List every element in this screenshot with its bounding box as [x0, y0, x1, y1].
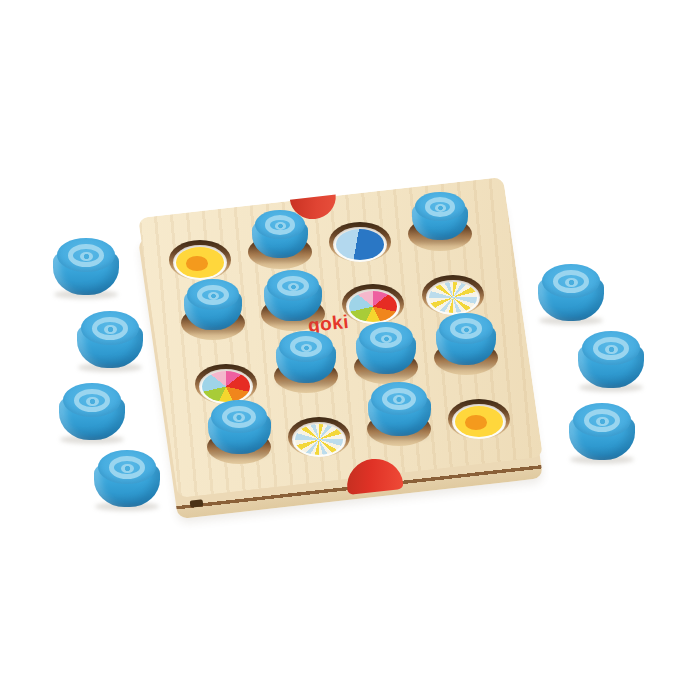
- loose-peg-right[interactable]: [578, 331, 644, 388]
- peg-center-dot: [104, 325, 117, 334]
- peg-center-dot: [461, 326, 473, 334]
- memory-tile-color-wheel[interactable]: [199, 369, 253, 404]
- tile-design-half-circle: [336, 229, 385, 260]
- loose-peg-left[interactable]: [59, 383, 125, 440]
- memory-tile-color-wheel[interactable]: [346, 289, 400, 324]
- peg-center-dot: [435, 204, 446, 212]
- memory-tile-half-circle[interactable]: [333, 227, 387, 262]
- loose-peg-left[interactable]: [53, 238, 119, 295]
- board-peg[interactable]: [436, 313, 497, 366]
- peg-center-dot: [288, 283, 299, 291]
- board-peg[interactable]: [276, 331, 337, 384]
- peg-center-dot: [275, 222, 286, 230]
- tile-center-dot: [465, 415, 487, 429]
- loose-peg-right[interactable]: [569, 403, 635, 460]
- loose-peg-left[interactable]: [77, 311, 143, 368]
- tile-design-pinwheel: [295, 424, 344, 455]
- board-peg[interactable]: [184, 279, 242, 329]
- tile-design-color-wheel: [202, 371, 251, 402]
- peg-center-dot: [86, 397, 99, 406]
- memory-tile-pinwheel[interactable]: [426, 280, 480, 315]
- tile-center-dot: [186, 256, 208, 270]
- peg-center-dot: [121, 464, 134, 473]
- peg-center-dot: [208, 292, 219, 300]
- board-peg[interactable]: [412, 192, 468, 240]
- board-peg[interactable]: [208, 400, 271, 455]
- peg-center-dot: [80, 252, 93, 261]
- board-peg[interactable]: [356, 322, 417, 375]
- peg-center-dot: [605, 345, 618, 354]
- memory-tile-concentric-circles[interactable]: [173, 245, 227, 280]
- loose-peg-right[interactable]: [538, 264, 604, 321]
- board-peg[interactable]: [264, 270, 322, 320]
- peg-center-dot: [381, 335, 393, 343]
- peg-center-dot: [301, 344, 313, 352]
- memory-tile-concentric-circles[interactable]: [452, 404, 506, 439]
- tile-design-pinwheel: [429, 282, 478, 313]
- tile-design-color-wheel: [349, 291, 398, 322]
- loose-peg-left[interactable]: [94, 450, 160, 507]
- product-photo: goki: [0, 0, 700, 700]
- memory-tile-pinwheel[interactable]: [292, 422, 346, 457]
- tile-design-concentric-circles: [176, 247, 225, 278]
- board-peg[interactable]: [252, 210, 308, 258]
- board-peg[interactable]: [368, 382, 431, 437]
- tile-design-concentric-circles: [455, 406, 504, 437]
- peg-center-dot: [565, 278, 578, 287]
- peg-center-dot: [596, 417, 609, 426]
